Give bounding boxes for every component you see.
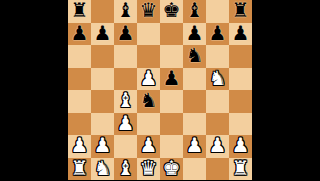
square-g2[interactable]: ♟ (206, 135, 229, 158)
black-rook: ♜ (232, 0, 250, 20)
square-f8[interactable]: ♝ (183, 0, 206, 23)
square-h4[interactable] (229, 90, 252, 113)
square-e1[interactable]: ♚ (160, 158, 183, 181)
black-bishop: ♝ (186, 0, 204, 20)
white-knight: ♞ (209, 68, 227, 88)
square-f2[interactable]: ♟ (183, 135, 206, 158)
square-d1[interactable]: ♛ (137, 158, 160, 181)
square-f7[interactable]: ♟ (183, 23, 206, 46)
black-pawn: ♟ (186, 23, 204, 43)
black-knight: ♞ (186, 45, 204, 65)
square-c8[interactable]: ♝ (114, 0, 137, 23)
white-pawn: ♟ (117, 113, 135, 133)
square-e6[interactable] (160, 45, 183, 68)
black-pawn: ♟ (232, 23, 250, 43)
square-h1[interactable]: ♜ (229, 158, 252, 181)
white-queen: ♛ (140, 158, 158, 178)
black-pawn: ♟ (71, 23, 89, 43)
chess-board: ♜♝♛♚♝♜♟♟♟♟♟♟♞♟♟♞♝♞♟♟♟♟♟♟♟♜♞♝♛♚♜ (68, 0, 252, 180)
square-c5[interactable] (114, 68, 137, 91)
square-f4[interactable] (183, 90, 206, 113)
black-bishop: ♝ (117, 0, 135, 20)
square-h5[interactable] (229, 68, 252, 91)
square-b5[interactable] (91, 68, 114, 91)
square-e2[interactable] (160, 135, 183, 158)
square-c4[interactable]: ♝ (114, 90, 137, 113)
square-a6[interactable] (68, 45, 91, 68)
square-d6[interactable] (137, 45, 160, 68)
white-pawn: ♟ (232, 135, 250, 155)
square-a8[interactable]: ♜ (68, 0, 91, 23)
white-knight: ♞ (94, 158, 112, 178)
square-f3[interactable] (183, 113, 206, 136)
white-bishop: ♝ (117, 158, 135, 178)
square-b6[interactable] (91, 45, 114, 68)
square-b3[interactable] (91, 113, 114, 136)
square-h8[interactable]: ♜ (229, 0, 252, 23)
black-pawn: ♟ (117, 23, 135, 43)
square-g8[interactable] (206, 0, 229, 23)
square-a5[interactable] (68, 68, 91, 91)
square-g6[interactable] (206, 45, 229, 68)
white-pawn: ♟ (140, 68, 158, 88)
square-d5[interactable]: ♟ (137, 68, 160, 91)
square-d3[interactable] (137, 113, 160, 136)
white-pawn: ♟ (140, 135, 158, 155)
white-pawn: ♟ (186, 135, 204, 155)
square-c3[interactable]: ♟ (114, 113, 137, 136)
square-h7[interactable]: ♟ (229, 23, 252, 46)
square-a1[interactable]: ♜ (68, 158, 91, 181)
square-e5[interactable]: ♟ (160, 68, 183, 91)
square-b1[interactable]: ♞ (91, 158, 114, 181)
black-pawn: ♟ (209, 23, 227, 43)
square-g7[interactable]: ♟ (206, 23, 229, 46)
square-g3[interactable] (206, 113, 229, 136)
square-f6[interactable]: ♞ (183, 45, 206, 68)
square-f1[interactable] (183, 158, 206, 181)
square-g4[interactable] (206, 90, 229, 113)
square-a7[interactable]: ♟ (68, 23, 91, 46)
white-rook: ♜ (232, 158, 250, 178)
white-rook: ♜ (71, 158, 89, 178)
black-knight: ♞ (140, 90, 158, 110)
square-e7[interactable] (160, 23, 183, 46)
black-pawn: ♟ (94, 23, 112, 43)
square-d7[interactable] (137, 23, 160, 46)
square-e3[interactable] (160, 113, 183, 136)
square-e8[interactable]: ♚ (160, 0, 183, 23)
square-c2[interactable] (114, 135, 137, 158)
square-g1[interactable] (206, 158, 229, 181)
white-king: ♚ (163, 158, 181, 178)
square-c7[interactable]: ♟ (114, 23, 137, 46)
square-d4[interactable]: ♞ (137, 90, 160, 113)
black-king: ♚ (163, 0, 181, 20)
square-h6[interactable] (229, 45, 252, 68)
square-f5[interactable] (183, 68, 206, 91)
white-pawn: ♟ (94, 135, 112, 155)
square-b2[interactable]: ♟ (91, 135, 114, 158)
square-c6[interactable] (114, 45, 137, 68)
square-d2[interactable]: ♟ (137, 135, 160, 158)
black-rook: ♜ (71, 0, 89, 20)
white-pawn: ♟ (209, 135, 227, 155)
square-g5[interactable]: ♞ (206, 68, 229, 91)
square-h2[interactable]: ♟ (229, 135, 252, 158)
square-b4[interactable] (91, 90, 114, 113)
square-h3[interactable] (229, 113, 252, 136)
black-queen: ♛ (140, 0, 158, 20)
square-a4[interactable] (68, 90, 91, 113)
square-b8[interactable] (91, 0, 114, 23)
square-a2[interactable]: ♟ (68, 135, 91, 158)
square-c1[interactable]: ♝ (114, 158, 137, 181)
video-frame: ♜♝♛♚♝♜♟♟♟♟♟♟♞♟♟♞♝♞♟♟♟♟♟♟♟♜♞♝♛♚♜ (0, 0, 320, 180)
square-a3[interactable] (68, 113, 91, 136)
white-bishop: ♝ (117, 90, 135, 110)
square-d8[interactable]: ♛ (137, 0, 160, 23)
square-b7[interactable]: ♟ (91, 23, 114, 46)
white-pawn: ♟ (71, 135, 89, 155)
black-pawn: ♟ (163, 68, 181, 88)
square-e4[interactable] (160, 90, 183, 113)
